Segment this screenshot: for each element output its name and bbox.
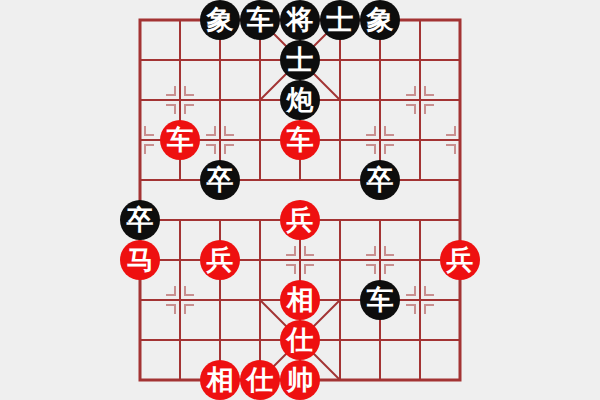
piece-black-chariot[interactable]: 车 — [240, 0, 280, 40]
piece-red-chariot[interactable]: 车 — [160, 120, 200, 160]
piece-red-chariot[interactable]: 车 — [280, 120, 320, 160]
board-area: 象车将士象士炮卒卒卒车车车兵马兵兵相仕相仕帅 — [0, 0, 600, 400]
piece-black-elephant[interactable]: 象 — [200, 0, 240, 40]
piece-black-cannon[interactable]: 炮 — [280, 80, 320, 120]
piece-red-soldier[interactable]: 兵 — [280, 200, 320, 240]
piece-red-soldier[interactable]: 兵 — [200, 240, 240, 280]
piece-black-elephant[interactable]: 象 — [360, 0, 400, 40]
piece-red-advisor[interactable]: 仕 — [240, 360, 280, 400]
piece-black-advisor[interactable]: 士 — [280, 40, 320, 80]
piece-red-soldier[interactable]: 兵 — [440, 240, 480, 280]
piece-black-general[interactable]: 将 — [280, 0, 320, 40]
piece-black-soldier[interactable]: 卒 — [120, 200, 160, 240]
piece-black-soldier[interactable]: 卒 — [360, 160, 400, 200]
piece-black-advisor[interactable]: 士 — [320, 0, 360, 40]
piece-red-general[interactable]: 帅 — [280, 360, 320, 400]
piece-red-advisor[interactable]: 仕 — [280, 320, 320, 360]
piece-black-soldier[interactable]: 卒 — [200, 160, 240, 200]
piece-red-elephant[interactable]: 相 — [200, 360, 240, 400]
piece-black-chariot[interactable]: 车 — [360, 280, 400, 320]
piece-red-elephant[interactable]: 相 — [280, 280, 320, 320]
piece-red-horse[interactable]: 马 — [120, 240, 160, 280]
